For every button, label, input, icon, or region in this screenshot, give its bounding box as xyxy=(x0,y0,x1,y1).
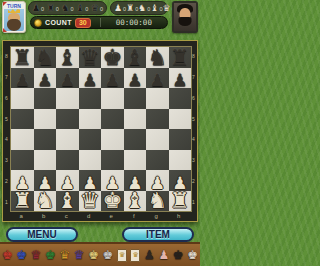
square-a7[interactable]: ♟ xyxy=(11,68,34,89)
square-h5[interactable] xyxy=(169,109,192,130)
piece-black-bishop[interactable]: ♝ xyxy=(125,47,145,69)
piece-white-knight[interactable]: ♞ xyxy=(35,190,55,212)
piece-black-king[interactable]: ♚ xyxy=(102,47,122,69)
turn-indicator: TURN xyxy=(4,3,24,9)
game-timer: 00:00:00 xyxy=(101,18,167,27)
square-g3[interactable] xyxy=(146,150,169,171)
piece-black-pawn[interactable]: ♟ xyxy=(127,72,142,89)
rank-label-3: 3 xyxy=(3,150,10,171)
square-h3[interactable] xyxy=(169,150,192,171)
square-f4[interactable] xyxy=(124,129,147,150)
skin-white-king-icon[interactable]: ♚ xyxy=(187,248,198,262)
square-h4[interactable] xyxy=(169,129,192,150)
piece-black-pawn[interactable]: ♟ xyxy=(15,72,30,89)
captured-tray-white: ♟0♜0♞0♝0♛0 xyxy=(110,1,168,15)
square-e5[interactable] xyxy=(101,109,124,130)
skin-maroon-queen-icon[interactable]: ♛ xyxy=(31,248,42,262)
square-g5[interactable] xyxy=(146,109,169,130)
skin-gold-cross-king-icon[interactable]: ♚ xyxy=(88,248,99,262)
rank-labels-left: 87654321 xyxy=(3,46,10,212)
piece-white-bishop[interactable]: ♝ xyxy=(125,190,145,212)
square-e8[interactable]: ♚ xyxy=(101,47,124,68)
piece-black-knight[interactable]: ♞ xyxy=(147,47,167,69)
square-g7[interactable]: ♟ xyxy=(146,68,169,89)
square-a5[interactable] xyxy=(11,109,34,130)
piece-white-rook[interactable]: ♜ xyxy=(170,190,190,212)
square-e7[interactable]: ♟ xyxy=(101,68,124,89)
skin-pink-pawn-icon[interactable]: ♟ xyxy=(158,248,169,262)
rank-label-6: 6 xyxy=(3,88,10,109)
square-b4[interactable] xyxy=(34,129,57,150)
square-d1[interactable]: ♛ xyxy=(79,191,102,212)
skin-red-king-icon[interactable]: ♚ xyxy=(2,248,13,262)
square-a4[interactable] xyxy=(11,129,34,150)
square-f8[interactable]: ♝ xyxy=(124,47,147,68)
player-avatar-left: TURN xyxy=(2,1,26,33)
captured-white-n: ♞0 xyxy=(138,3,150,13)
rank-label-4: 4 xyxy=(3,129,10,150)
piece-black-rook[interactable]: ♜ xyxy=(12,47,32,69)
piece-white-knight[interactable]: ♞ xyxy=(147,190,167,212)
board-grid: ♜♞♝♛♚♝♞♜♟♟♟♟♟♟♟♟♟♟♟♟♟♟♟♟♜♞♝♛♚♝♞♜ xyxy=(10,46,192,212)
square-f1[interactable]: ♝ xyxy=(124,191,147,212)
square-d3[interactable] xyxy=(79,150,102,171)
square-c5[interactable] xyxy=(56,109,79,130)
piece-icon: ♟ xyxy=(114,3,122,13)
piece-icon: ♜ xyxy=(126,3,134,13)
square-g4[interactable] xyxy=(146,129,169,150)
square-b6[interactable] xyxy=(34,88,57,109)
rank-label-1: 1 xyxy=(3,191,10,212)
square-e6[interactable] xyxy=(101,88,124,109)
rank-label-5: 5 xyxy=(3,108,10,129)
piece-icon: ♟ xyxy=(32,3,40,13)
captured-count: 0 xyxy=(85,6,88,13)
captured-count: 0 xyxy=(41,6,44,13)
square-c8[interactable]: ♝ xyxy=(56,47,79,68)
square-c3[interactable] xyxy=(56,150,79,171)
square-b7[interactable]: ♟ xyxy=(34,68,57,89)
square-d7[interactable]: ♟ xyxy=(79,68,102,89)
captured-black-p: ♟0 xyxy=(32,3,44,13)
square-g1[interactable]: ♞ xyxy=(146,191,169,212)
rank-label-2: 2 xyxy=(3,171,10,192)
captured-count: 0 xyxy=(56,6,59,13)
piece-black-bishop[interactable]: ♝ xyxy=(57,47,77,69)
square-a3[interactable] xyxy=(11,150,34,171)
piece-black-pawn[interactable]: ♟ xyxy=(82,72,97,89)
square-d5[interactable] xyxy=(79,109,102,130)
beard-left xyxy=(7,19,21,31)
piece-black-rook[interactable]: ♜ xyxy=(170,47,190,69)
skin-black-king-icon[interactable]: ♚ xyxy=(173,248,184,262)
piece-icon: ♜ xyxy=(47,3,55,13)
square-e4[interactable] xyxy=(101,129,124,150)
count-value-badge: 30 xyxy=(75,18,91,28)
square-b3[interactable] xyxy=(34,150,57,171)
square-b8[interactable]: ♞ xyxy=(34,47,57,68)
rank-label-8: 8 xyxy=(3,46,10,67)
piece-black-pawn[interactable]: ♟ xyxy=(172,72,187,89)
square-f3[interactable] xyxy=(124,150,147,171)
piece-white-queen[interactable]: ♛ xyxy=(80,190,100,212)
skin-gold-queen-icon[interactable]: ♛ xyxy=(59,248,70,262)
piece-icon: ♛ xyxy=(163,3,171,13)
square-f5[interactable] xyxy=(124,109,147,130)
item-button[interactable]: ITEM xyxy=(122,227,194,242)
captured-black-b: ♝0 xyxy=(76,3,88,13)
captured-white-b: ♝0 xyxy=(150,3,162,13)
skin-green-king-icon[interactable]: ♚ xyxy=(45,248,56,262)
square-c1[interactable]: ♝ xyxy=(56,191,79,212)
player-portrait-right xyxy=(174,3,196,31)
piece-white-rook[interactable]: ♜ xyxy=(12,190,32,212)
square-c7[interactable]: ♟ xyxy=(56,68,79,89)
captured-black-n: ♞0 xyxy=(61,3,73,13)
skin-dark-pawn-icon[interactable]: ♟ xyxy=(144,248,155,262)
piece-white-king[interactable]: ♚ xyxy=(102,190,122,212)
beard-right xyxy=(179,17,192,26)
piece-black-pawn[interactable]: ♟ xyxy=(60,72,75,89)
chess-board: 87654321 87654321 ♜♞♝♛♚♝♞♜♟♟♟♟♟♟♟♟♟♟♟♟♟♟… xyxy=(2,40,198,222)
square-d6[interactable] xyxy=(79,88,102,109)
count-label: COUNT xyxy=(45,19,72,26)
item-tray: ♚♚♛♚♛♛♚♚♛♛♟♟♚♚ xyxy=(0,242,200,266)
square-a8[interactable]: ♜ xyxy=(11,47,34,68)
square-h7[interactable]: ♟ xyxy=(169,68,192,89)
captured-black-r: ♜0 xyxy=(47,3,59,13)
captured-count: 0 xyxy=(70,6,73,13)
piece-black-pawn[interactable]: ♟ xyxy=(105,72,120,89)
piece-icon: ♝ xyxy=(150,3,158,13)
skin-purple-queen-icon[interactable]: ♛ xyxy=(74,248,85,262)
player-portrait-left: TURN xyxy=(4,3,24,31)
skin-silver-king-icon[interactable]: ♚ xyxy=(103,248,114,262)
piece-white-bishop[interactable]: ♝ xyxy=(57,190,77,212)
piece-icon: ♝ xyxy=(76,3,84,13)
square-a6[interactable] xyxy=(11,88,34,109)
square-e1[interactable]: ♚ xyxy=(101,191,124,212)
piece-icon: ♛ xyxy=(91,3,99,13)
menu-button[interactable]: MENU xyxy=(6,227,78,242)
captured-white-r: ♜0 xyxy=(126,3,138,13)
player-avatar-right xyxy=(172,1,198,33)
square-b5[interactable] xyxy=(34,109,57,130)
square-g6[interactable] xyxy=(146,88,169,109)
square-h1[interactable]: ♜ xyxy=(169,191,192,212)
piece-black-pawn[interactable]: ♟ xyxy=(150,72,165,89)
square-f6[interactable] xyxy=(124,88,147,109)
skin-blue-king-icon[interactable]: ♚ xyxy=(16,248,27,262)
piece-black-queen[interactable]: ♛ xyxy=(80,47,100,69)
item-card-icon[interactable]: ♛ xyxy=(130,249,140,262)
square-d8[interactable]: ♛ xyxy=(79,47,102,68)
square-f7[interactable]: ♟ xyxy=(124,68,147,89)
square-c6[interactable] xyxy=(56,88,79,109)
square-h6[interactable] xyxy=(169,88,192,109)
square-e3[interactable] xyxy=(101,150,124,171)
captured-count: 0 xyxy=(100,6,103,13)
hud-bar: COUNT 30 00:00:00 xyxy=(30,16,168,29)
square-d4[interactable] xyxy=(79,129,102,150)
piece-icon: ♞ xyxy=(138,3,146,13)
square-c4[interactable] xyxy=(56,129,79,150)
item-card-icon[interactable]: ♛ xyxy=(117,249,127,262)
rank-label-7: 7 xyxy=(3,67,10,88)
captured-black-q: ♛0 xyxy=(91,3,103,13)
piece-icon: ♞ xyxy=(61,3,69,13)
square-a1[interactable]: ♜ xyxy=(11,191,34,212)
piece-black-pawn[interactable]: ♟ xyxy=(37,72,52,89)
square-b1[interactable]: ♞ xyxy=(34,191,57,212)
piece-black-knight[interactable]: ♞ xyxy=(35,47,55,69)
square-g8[interactable]: ♞ xyxy=(146,47,169,68)
coin-icon xyxy=(34,19,42,27)
captured-white-p: ♟0 xyxy=(114,3,126,13)
captured-tray-black: ♟0♜0♞0♝0♛0 xyxy=(28,1,107,15)
square-h8[interactable]: ♜ xyxy=(169,47,192,68)
